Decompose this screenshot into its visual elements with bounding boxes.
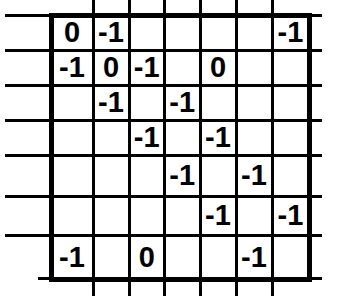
grid-cell: -1 (129, 50, 165, 85)
grid-cell-empty (93, 120, 129, 156)
grid-cell-empty (129, 15, 165, 50)
grid-cell: -1 (236, 156, 272, 197)
grid-cell-empty (129, 156, 165, 197)
grid-cell: -1 (93, 15, 129, 50)
grid-cell-empty (236, 85, 272, 120)
grid-cell-empty (93, 196, 129, 236)
grid-cell: -1 (51, 236, 93, 280)
grid-cell-empty (236, 50, 272, 85)
grid-cell-empty (272, 236, 309, 280)
grid-cell: -1 (129, 120, 165, 156)
grid-cell: -1 (236, 236, 272, 280)
grid-cell-empty (129, 196, 165, 236)
grid-cell-empty (51, 120, 93, 156)
board: 0-1-1-10-10-1-1-1-1-1-1-1-1-10-1 (0, 0, 350, 296)
grid-cell: -1 (165, 156, 201, 197)
board-grid: 0-1-1-10-10-1-1-1-1-1-1-1-1-10-1 (51, 15, 309, 279)
grid-cell-empty (51, 156, 93, 197)
grid-cell-empty (200, 85, 236, 120)
grid-cell-empty (165, 196, 201, 236)
grid-cell: -1 (272, 15, 309, 50)
grid-line-stub-top-left (5, 14, 51, 17)
grid-cell: 0 (51, 15, 93, 50)
grid-cell-empty (165, 120, 201, 156)
grid-cell: -1 (51, 50, 93, 85)
grid-cell-empty (236, 120, 272, 156)
grid-cell: 0 (200, 50, 236, 85)
grid-cell-empty (165, 15, 201, 50)
grid-cell-empty (272, 120, 309, 156)
grid-cell: -1 (200, 196, 236, 236)
grid-cell-empty (93, 156, 129, 197)
grid-cell-empty (272, 156, 309, 197)
grid-cell: -1 (165, 85, 201, 120)
grid-cell-empty (200, 15, 236, 50)
grid-cell-empty (200, 156, 236, 197)
grid-cell-empty (272, 50, 309, 85)
grid-cell: 0 (129, 236, 165, 280)
grid-cell-empty (51, 85, 93, 120)
grid-cell-empty (51, 196, 93, 236)
grid-cell-empty (93, 236, 129, 280)
grid-cell: 0 (93, 50, 129, 85)
grid-cell-empty (129, 85, 165, 120)
grid-cell-empty (200, 236, 236, 280)
grid-cell-empty (165, 236, 201, 280)
grid-cell-empty (165, 50, 201, 85)
grid-cell: -1 (200, 120, 236, 156)
grid-cell-empty (272, 85, 309, 120)
grid-cell: -1 (93, 85, 129, 120)
grid-cell: -1 (272, 196, 309, 236)
grid-cell-empty (236, 196, 272, 236)
grid-cell-empty (236, 15, 272, 50)
